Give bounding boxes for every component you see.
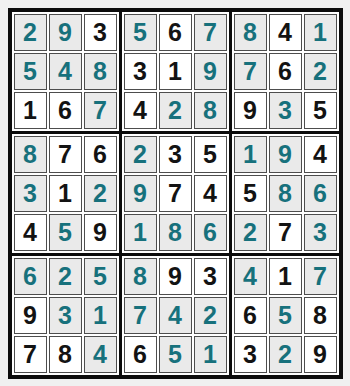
sudoku-cell-r6c4-solved[interactable]: 1 — [124, 214, 157, 251]
sudoku-cell-r1c2-solved[interactable]: 9 — [49, 14, 82, 51]
sudoku-cell-r4c6-given[interactable]: 5 — [194, 136, 227, 173]
sudoku-cell-r7c7-solved[interactable]: 4 — [234, 258, 267, 295]
sudoku-cell-r1c4-solved[interactable]: 5 — [124, 14, 157, 51]
sudoku-cell-r1c5-given[interactable]: 6 — [159, 14, 192, 51]
sudoku-cell-r2c2-solved[interactable]: 4 — [49, 53, 82, 90]
sudoku-cell-r6c7-solved[interactable]: 2 — [234, 214, 267, 251]
sudoku-cell-r5c5-given[interactable]: 7 — [159, 175, 192, 212]
sudoku-cell-r9c9-given[interactable]: 9 — [304, 336, 337, 373]
sudoku-cell-r3c6-solved[interactable]: 8 — [194, 92, 227, 129]
page: 2935481675673194288417629358763124592359… — [0, 0, 350, 386]
sudoku-cell-r5c4-solved[interactable]: 9 — [124, 175, 157, 212]
sudoku-cell-r9c5-solved[interactable]: 5 — [159, 336, 192, 373]
sudoku-box-1: 293548167 — [12, 12, 119, 131]
sudoku-cell-r5c1-solved[interactable]: 3 — [14, 175, 47, 212]
sudoku-cell-r2c8-given[interactable]: 6 — [269, 53, 302, 90]
sudoku-cell-r6c1-given[interactable]: 4 — [14, 214, 47, 251]
sudoku-cell-r4c2-given[interactable]: 7 — [49, 136, 82, 173]
sudoku-cell-r5c3-solved[interactable]: 2 — [84, 175, 117, 212]
sudoku-box-3: 841762935 — [232, 12, 339, 131]
sudoku-cell-r6c2-solved[interactable]: 5 — [49, 214, 82, 251]
sudoku-cell-r4c4-solved[interactable]: 2 — [124, 136, 157, 173]
sudoku-box-5: 235974186 — [122, 134, 229, 253]
sudoku-cell-r8c5-solved[interactable]: 4 — [159, 297, 192, 334]
sudoku-cell-r8c2-solved[interactable]: 3 — [49, 297, 82, 334]
sudoku-box-9: 417658329 — [232, 256, 339, 375]
sudoku-cell-r6c5-solved[interactable]: 8 — [159, 214, 192, 251]
sudoku-cell-r7c1-solved[interactable]: 6 — [14, 258, 47, 295]
sudoku-cell-r1c9-solved[interactable]: 1 — [304, 14, 337, 51]
sudoku-cell-r6c9-solved[interactable]: 3 — [304, 214, 337, 251]
sudoku-cell-r2c5-given[interactable]: 1 — [159, 53, 192, 90]
sudoku-cell-r3c9-given[interactable]: 5 — [304, 92, 337, 129]
sudoku-cell-r4c7-solved[interactable]: 1 — [234, 136, 267, 173]
sudoku-cell-r8c7-given[interactable]: 6 — [234, 297, 267, 334]
sudoku-cell-r7c2-solved[interactable]: 2 — [49, 258, 82, 295]
sudoku-cell-r3c1-given[interactable]: 1 — [14, 92, 47, 129]
sudoku-cell-r5c7-given[interactable]: 5 — [234, 175, 267, 212]
sudoku-cell-r8c3-solved[interactable]: 1 — [84, 297, 117, 334]
sudoku-box-grid: 2935481675673194288417629358763124592359… — [12, 12, 339, 375]
sudoku-box-4: 876312459 — [12, 134, 119, 253]
sudoku-box-7: 625931784 — [12, 256, 119, 375]
sudoku-cell-r8c6-solved[interactable]: 2 — [194, 297, 227, 334]
sudoku-cell-r9c8-solved[interactable]: 2 — [269, 336, 302, 373]
sudoku-cell-r2c3-solved[interactable]: 8 — [84, 53, 117, 90]
sudoku-cell-r7c8-given[interactable]: 1 — [269, 258, 302, 295]
sudoku-cell-r3c8-solved[interactable]: 3 — [269, 92, 302, 129]
sudoku-board: 2935481675673194288417629358763124592359… — [8, 8, 343, 379]
sudoku-cell-r3c5-solved[interactable]: 2 — [159, 92, 192, 129]
sudoku-cell-r1c8-given[interactable]: 4 — [269, 14, 302, 51]
sudoku-cell-r2c7-solved[interactable]: 7 — [234, 53, 267, 90]
sudoku-cell-r6c3-given[interactable]: 9 — [84, 214, 117, 251]
sudoku-cell-r1c1-solved[interactable]: 2 — [14, 14, 47, 51]
sudoku-cell-r3c2-given[interactable]: 6 — [49, 92, 82, 129]
sudoku-cell-r8c9-given[interactable]: 8 — [304, 297, 337, 334]
sudoku-box-6: 194586273 — [232, 134, 339, 253]
sudoku-cell-r5c9-solved[interactable]: 6 — [304, 175, 337, 212]
sudoku-cell-r7c3-solved[interactable]: 5 — [84, 258, 117, 295]
sudoku-cell-r6c6-solved[interactable]: 6 — [194, 214, 227, 251]
sudoku-cell-r3c3-solved[interactable]: 7 — [84, 92, 117, 129]
sudoku-cell-r9c2-given[interactable]: 8 — [49, 336, 82, 373]
sudoku-cell-r2c4-given[interactable]: 3 — [124, 53, 157, 90]
sudoku-cell-r7c4-solved[interactable]: 8 — [124, 258, 157, 295]
sudoku-cell-r9c7-given[interactable]: 3 — [234, 336, 267, 373]
sudoku-cell-r9c3-solved[interactable]: 4 — [84, 336, 117, 373]
sudoku-cell-r5c8-solved[interactable]: 8 — [269, 175, 302, 212]
sudoku-cell-r4c8-solved[interactable]: 9 — [269, 136, 302, 173]
sudoku-cell-r7c6-given[interactable]: 3 — [194, 258, 227, 295]
sudoku-cell-r8c1-given[interactable]: 9 — [14, 297, 47, 334]
sudoku-cell-r1c6-solved[interactable]: 7 — [194, 14, 227, 51]
sudoku-cell-r4c3-given[interactable]: 6 — [84, 136, 117, 173]
sudoku-cell-r6c8-given[interactable]: 7 — [269, 214, 302, 251]
sudoku-cell-r1c3-given[interactable]: 3 — [84, 14, 117, 51]
sudoku-box-2: 567319428 — [122, 12, 229, 131]
sudoku-cell-r2c6-solved[interactable]: 9 — [194, 53, 227, 90]
sudoku-cell-r9c1-given[interactable]: 7 — [14, 336, 47, 373]
sudoku-cell-r7c9-solved[interactable]: 7 — [304, 258, 337, 295]
sudoku-cell-r4c9-given[interactable]: 4 — [304, 136, 337, 173]
sudoku-cell-r5c6-given[interactable]: 4 — [194, 175, 227, 212]
sudoku-cell-r9c4-given[interactable]: 6 — [124, 336, 157, 373]
sudoku-cell-r3c7-given[interactable]: 9 — [234, 92, 267, 129]
sudoku-cell-r9c6-solved[interactable]: 1 — [194, 336, 227, 373]
sudoku-cell-r4c5-given[interactable]: 3 — [159, 136, 192, 173]
sudoku-cell-r8c8-solved[interactable]: 5 — [269, 297, 302, 334]
sudoku-cell-r3c4-given[interactable]: 4 — [124, 92, 157, 129]
sudoku-cell-r2c9-solved[interactable]: 2 — [304, 53, 337, 90]
sudoku-cell-r4c1-solved[interactable]: 8 — [14, 136, 47, 173]
sudoku-cell-r1c7-solved[interactable]: 8 — [234, 14, 267, 51]
sudoku-box-8: 893742651 — [122, 256, 229, 375]
sudoku-cell-r7c5-given[interactable]: 9 — [159, 258, 192, 295]
sudoku-cell-r5c2-given[interactable]: 1 — [49, 175, 82, 212]
sudoku-cell-r2c1-solved[interactable]: 5 — [14, 53, 47, 90]
sudoku-cell-r8c4-solved[interactable]: 7 — [124, 297, 157, 334]
